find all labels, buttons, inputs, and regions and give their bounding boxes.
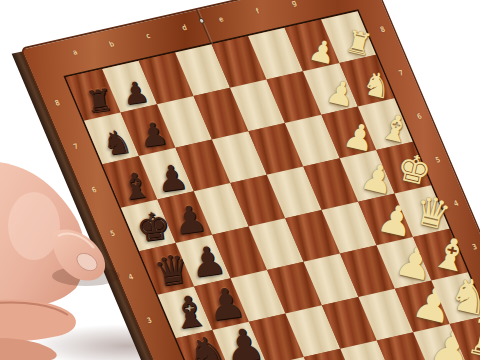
file-label-top-e: e — [217, 15, 225, 24]
rank-label-left-7: 7 — [72, 142, 80, 151]
piece-white-bishop-f1: ♝ — [368, 106, 423, 151]
file-label-top-c: c — [145, 31, 152, 40]
chess-board: ♜♟♟♜♞♟♟♞♝♟♟♝♚♟♟♚♛♟♟♛♝♟♟♝♞♟♟♞♜♟♟♜ abcdefg… — [20, 0, 480, 360]
file-label-top-a: a — [71, 48, 79, 57]
file-label-top-d: d — [181, 23, 189, 32]
rank-label-left-4: 4 — [127, 272, 135, 281]
knuckle-highlight — [8, 192, 60, 260]
file-label-top-b: b — [108, 40, 116, 49]
rank-label-left-6: 6 — [90, 185, 98, 194]
piece-white-knight-g1: ♞ — [350, 65, 404, 108]
file-label-top-f: f — [255, 7, 261, 16]
rank-label-left-5: 5 — [109, 229, 117, 238]
board-frame: ♜♟♟♜♞♟♟♞♝♟♟♝♚♟♟♚♛♟♟♛♝♟♟♝♞♟♟♞♜♟♟♜ abcdefg… — [20, 0, 480, 360]
rank-label-left-8: 8 — [54, 99, 62, 108]
rank-label-left-3: 3 — [146, 316, 154, 325]
finger-crease — [0, 303, 68, 316]
photo-scene: ♜♟♟♜♞♟♟♞♝♟♟♝♚♟♟♚♛♟♟♛♝♟♟♝♞♟♟♞♜♟♟♜ abcdefg… — [0, 0, 480, 360]
file-label-top-g: g — [290, 0, 298, 7]
